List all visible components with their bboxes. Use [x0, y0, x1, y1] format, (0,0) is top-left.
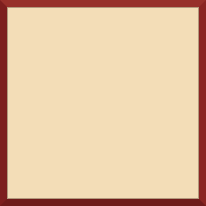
chess-board [7, 7, 199, 199]
chess-board-frame [0, 0, 206, 206]
